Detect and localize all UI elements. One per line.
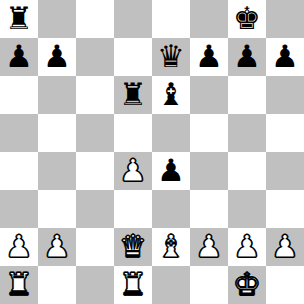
square-c7[interactable] [76,38,114,76]
piece-black-rook: ♜ [119,75,147,113]
square-b6[interactable] [38,76,76,114]
square-g1[interactable]: ♚ [228,266,266,304]
square-b2[interactable]: ♟ [38,228,76,266]
piece-black-pawn: ♟ [43,37,71,75]
square-a7[interactable]: ♟ [0,38,38,76]
square-f5[interactable] [190,114,228,152]
square-c3[interactable] [76,190,114,228]
square-a2[interactable]: ♟ [0,228,38,266]
piece-black-pawn: ♟ [233,37,261,75]
square-f2[interactable]: ♟ [190,228,228,266]
square-h5[interactable] [266,114,304,152]
piece-black-queen: ♛ [157,37,185,75]
square-d3[interactable] [114,190,152,228]
square-g5[interactable] [228,114,266,152]
square-e6[interactable]: ♝ [152,76,190,114]
piece-white-pawn: ♟ [233,227,261,265]
piece-white-pawn: ♟ [271,227,299,265]
square-g4[interactable] [228,152,266,190]
piece-black-pawn: ♟ [195,37,223,75]
square-d8[interactable] [114,0,152,38]
chess-board: ♜♚♟♟♛♟♟♟♜♝♟♟♟♟♛♝♟♟♟♜♜♚ [0,0,304,304]
square-e5[interactable] [152,114,190,152]
square-f6[interactable] [190,76,228,114]
square-g7[interactable]: ♟ [228,38,266,76]
piece-white-bishop: ♝ [157,227,185,265]
square-c6[interactable] [76,76,114,114]
square-g6[interactable] [228,76,266,114]
square-b7[interactable]: ♟ [38,38,76,76]
square-a3[interactable] [0,190,38,228]
square-h2[interactable]: ♟ [266,228,304,266]
square-f4[interactable] [190,152,228,190]
square-c8[interactable] [76,0,114,38]
square-b5[interactable] [38,114,76,152]
square-e3[interactable] [152,190,190,228]
piece-black-pawn: ♟ [5,37,33,75]
square-g2[interactable]: ♟ [228,228,266,266]
square-e1[interactable] [152,266,190,304]
square-e4[interactable]: ♟ [152,152,190,190]
square-f7[interactable]: ♟ [190,38,228,76]
piece-black-rook: ♜ [5,0,33,37]
square-a4[interactable] [0,152,38,190]
square-h3[interactable] [266,190,304,228]
square-g3[interactable] [228,190,266,228]
square-d2[interactable]: ♛ [114,228,152,266]
square-f8[interactable] [190,0,228,38]
square-d4[interactable]: ♟ [114,152,152,190]
square-e2[interactable]: ♝ [152,228,190,266]
piece-white-pawn: ♟ [5,227,33,265]
square-c5[interactable] [76,114,114,152]
square-d1[interactable]: ♜ [114,266,152,304]
square-c1[interactable] [76,266,114,304]
piece-white-pawn: ♟ [195,227,223,265]
piece-white-king: ♚ [233,265,261,303]
square-b8[interactable] [38,0,76,38]
square-a5[interactable] [0,114,38,152]
square-b4[interactable] [38,152,76,190]
square-a8[interactable]: ♜ [0,0,38,38]
piece-black-king: ♚ [233,0,261,37]
piece-white-queen: ♛ [119,227,147,265]
piece-white-rook: ♜ [5,265,33,303]
piece-black-bishop: ♝ [157,75,185,113]
piece-black-pawn: ♟ [157,151,185,189]
piece-black-pawn: ♟ [271,37,299,75]
square-g8[interactable]: ♚ [228,0,266,38]
piece-white-pawn: ♟ [119,151,147,189]
square-d6[interactable]: ♜ [114,76,152,114]
square-h6[interactable] [266,76,304,114]
square-b1[interactable] [38,266,76,304]
square-f3[interactable] [190,190,228,228]
square-d5[interactable] [114,114,152,152]
square-a6[interactable] [0,76,38,114]
square-b3[interactable] [38,190,76,228]
square-h4[interactable] [266,152,304,190]
square-c2[interactable] [76,228,114,266]
square-a1[interactable]: ♜ [0,266,38,304]
piece-white-pawn: ♟ [43,227,71,265]
square-e7[interactable]: ♛ [152,38,190,76]
square-d7[interactable] [114,38,152,76]
piece-white-rook: ♜ [119,265,147,303]
square-h7[interactable]: ♟ [266,38,304,76]
square-e8[interactable] [152,0,190,38]
square-c4[interactable] [76,152,114,190]
square-h8[interactable] [266,0,304,38]
square-f1[interactable] [190,266,228,304]
square-h1[interactable] [266,266,304,304]
